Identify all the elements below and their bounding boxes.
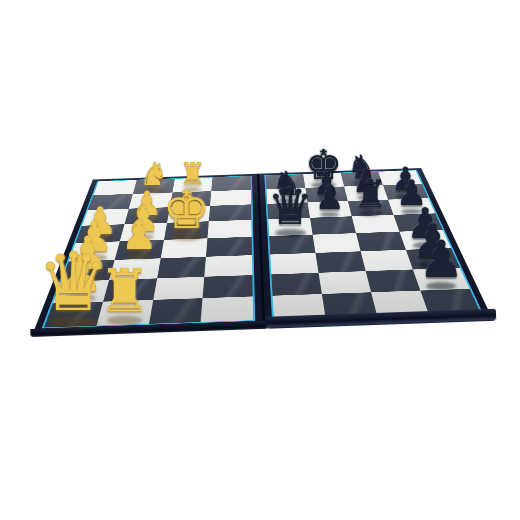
- square-c4-r6: [205, 255, 253, 277]
- square-c1-r7: [53, 280, 109, 304]
- square-c1-r4: [76, 224, 125, 243]
- square-c3-r7: [153, 277, 205, 300]
- square-c7-r4: [352, 215, 400, 233]
- square-c6-r5: [313, 233, 361, 253]
- square-c7-r5: [356, 232, 406, 252]
- square-c7-r1: [341, 172, 383, 187]
- square-c4-r3: [209, 204, 251, 221]
- square-c4-r4: [208, 220, 252, 238]
- square-c6-r1: [303, 173, 344, 188]
- square-c1-r2: [88, 194, 133, 210]
- square-c6-r3: [308, 201, 352, 218]
- square-c6-r6: [315, 251, 365, 272]
- square-c2-r2: [129, 192, 172, 208]
- board-grid-right: [266, 170, 481, 319]
- square-c6-r7: [319, 271, 372, 294]
- square-c2-r3: [124, 207, 169, 224]
- square-c2-r6: [109, 258, 160, 280]
- square-c3-r2: [169, 191, 211, 207]
- square-c8-r7: [413, 268, 470, 291]
- square-c8-r1: [378, 170, 422, 185]
- square-c6-r4: [310, 216, 356, 234]
- square-c5-r2: [266, 188, 307, 204]
- square-c4-r5: [206, 237, 252, 257]
- chess-set-photo: ♞♜♟♟♚♟♟♟♟♟♟♛♜♚♞♞♟♟♟♟♜♟♛♟♟♟: [0, 0, 520, 520]
- square-c2-r4: [120, 223, 167, 242]
- square-c6-r2: [305, 186, 347, 202]
- square-c3-r1: [172, 177, 212, 192]
- square-c8-r6: [406, 248, 460, 269]
- square-c4-r8: [201, 297, 253, 322]
- board-perspective-wrap: [0, 0, 520, 520]
- square-c4-r7: [203, 275, 253, 298]
- square-c5-r4: [268, 218, 312, 236]
- square-c5-r7: [271, 273, 321, 296]
- square-c3-r5: [160, 238, 207, 258]
- square-c7-r7: [366, 269, 421, 292]
- chess-board: [33, 168, 491, 332]
- square-c8-r5: [399, 230, 451, 250]
- square-c1-r3: [82, 209, 129, 226]
- board-right-half: [257, 168, 491, 324]
- square-c3-r6: [157, 257, 206, 279]
- square-c1-r5: [69, 241, 120, 261]
- square-c5-r6: [270, 253, 318, 274]
- square-c7-r2: [344, 185, 388, 201]
- square-c8-r2: [383, 184, 428, 200]
- square-c4-r1: [211, 176, 250, 191]
- square-c8-r3: [388, 198, 435, 215]
- square-c3-r3: [167, 206, 211, 223]
- square-c2-r7: [103, 278, 157, 302]
- square-c8-r4: [394, 213, 443, 231]
- square-c2-r5: [114, 240, 163, 260]
- right-half-pinstripe: [264, 170, 482, 321]
- square-c5-r1: [266, 174, 306, 189]
- square-c7-r3: [348, 199, 394, 216]
- square-c4-r2: [210, 190, 251, 206]
- square-c1-r8: [44, 302, 103, 328]
- board-grid-left: [44, 176, 253, 327]
- square-c5-r3: [267, 202, 310, 219]
- board-left-half: [33, 174, 262, 332]
- square-c7-r6: [361, 250, 413, 271]
- square-c3-r4: [164, 221, 209, 239]
- square-c5-r5: [269, 235, 315, 255]
- square-c3-r8: [149, 298, 203, 324]
- square-c2-r8: [96, 300, 153, 326]
- square-c1-r6: [61, 260, 114, 282]
- left-half-pinstripe: [42, 176, 256, 329]
